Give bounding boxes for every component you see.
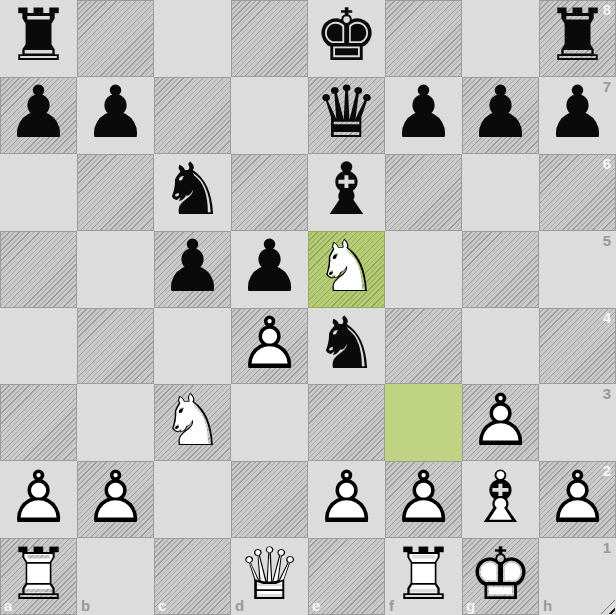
square-f6[interactable] [385,154,462,231]
square-c6[interactable]: ♞ [154,154,231,231]
black-pawn[interactable]: ♟ [231,231,308,308]
black-rook[interactable]: ♜ [539,0,616,77]
white-pawn-outline-glyph: ♙ [83,461,148,533]
white-pawn-outline-glyph: ♙ [468,384,533,456]
square-d1[interactable]: ♛♕d [231,538,308,615]
square-b3[interactable] [77,384,154,461]
white-rook-outline-glyph: ♖ [391,538,456,610]
square-e5[interactable]: ♞♘ [308,231,385,308]
square-g6[interactable] [462,154,539,231]
square-b2[interactable]: ♟♙ [77,461,154,538]
black-king[interactable]: ♚ [308,0,385,77]
white-rook[interactable]: ♜♖ [0,538,77,615]
square-c7[interactable] [154,77,231,154]
white-knight-outline-glyph: ♘ [314,231,379,303]
black-knight[interactable]: ♞ [154,154,231,231]
white-pawn-outline-glyph: ♙ [237,308,302,380]
white-knight[interactable]: ♞♘ [308,231,385,308]
black-pawn[interactable]: ♟ [385,77,462,154]
square-a3[interactable] [0,384,77,461]
square-f4[interactable] [385,308,462,385]
square-h3[interactable]: 3 [539,384,616,461]
square-a1[interactable]: ♜♖a [0,538,77,615]
white-pawn[interactable]: ♟♙ [77,461,154,538]
white-king[interactable]: ♚♔ [462,538,539,615]
square-g7[interactable]: ♟ [462,77,539,154]
square-b1[interactable]: b [77,538,154,615]
square-h2[interactable]: ♟♙2 [539,461,616,538]
file-label-h: h [543,597,552,614]
black-king-glyph: ♚ [314,0,379,72]
square-h5[interactable]: 5 [539,231,616,308]
square-e1[interactable]: e [308,538,385,615]
black-rook-glyph: ♜ [545,0,610,72]
black-pawn[interactable]: ♟ [154,231,231,308]
square-g1[interactable]: ♚♔g [462,538,539,615]
white-knight[interactable]: ♞♘ [154,384,231,461]
white-king-outline-glyph: ♔ [468,538,533,610]
rank-label-5: 5 [603,232,611,249]
square-a2[interactable]: ♟♙ [0,461,77,538]
square-e8[interactable]: ♚ [308,0,385,77]
black-pawn[interactable]: ♟ [539,77,616,154]
black-queen[interactable]: ♛ [308,77,385,154]
white-rook-outline-glyph: ♖ [6,538,71,610]
square-b8[interactable] [77,0,154,77]
square-c1[interactable]: c [154,538,231,615]
square-a5[interactable] [0,231,77,308]
square-f3[interactable] [385,384,462,461]
white-rook[interactable]: ♜♖ [385,538,462,615]
black-queen-glyph: ♛ [314,77,379,149]
square-a8[interactable]: ♜ [0,0,77,77]
square-a4[interactable] [0,308,77,385]
black-pawn-glyph: ♟ [83,77,148,149]
square-c8[interactable] [154,0,231,77]
rank-label-3: 3 [603,385,611,402]
square-d6[interactable] [231,154,308,231]
white-pawn[interactable]: ♟♙ [462,384,539,461]
square-c2[interactable] [154,461,231,538]
square-d7[interactable] [231,77,308,154]
square-b4[interactable] [77,308,154,385]
white-pawn-outline-glyph: ♙ [391,461,456,533]
black-bishop[interactable]: ♝ [308,154,385,231]
square-b6[interactable] [77,154,154,231]
file-label-b: b [81,597,90,614]
rank-label-4: 4 [603,309,611,326]
white-knight-outline-glyph: ♘ [160,384,225,456]
black-pawn-glyph: ♟ [391,77,456,149]
square-f2[interactable]: ♟♙ [385,461,462,538]
black-knight[interactable]: ♞ [308,308,385,385]
black-pawn[interactable]: ♟ [462,77,539,154]
square-c3[interactable]: ♞♘ [154,384,231,461]
black-rook-glyph: ♜ [6,0,71,72]
black-knight-glyph: ♞ [160,154,225,226]
square-e4[interactable]: ♞ [308,308,385,385]
square-e2[interactable]: ♟♙ [308,461,385,538]
white-pawn[interactable]: ♟♙ [308,461,385,538]
square-f7[interactable]: ♟ [385,77,462,154]
white-pawn[interactable]: ♟♙ [231,308,308,385]
square-b5[interactable] [77,231,154,308]
black-pawn-glyph: ♟ [237,231,302,303]
white-pawn[interactable]: ♟♙ [539,461,616,538]
rank-label-6: 6 [603,155,611,172]
black-rook[interactable]: ♜ [0,0,77,77]
square-f8[interactable] [385,0,462,77]
square-g2[interactable]: ♝♗ [462,461,539,538]
square-d8[interactable] [231,0,308,77]
black-bishop-glyph: ♝ [314,154,379,226]
file-label-e: e [312,597,320,614]
white-bishop-outline-glyph: ♗ [468,461,533,533]
black-pawn[interactable]: ♟ [77,77,154,154]
black-pawn-glyph: ♟ [160,231,225,303]
black-pawn-glyph: ♟ [545,77,610,149]
white-queen[interactable]: ♛♕ [231,538,308,615]
square-h4[interactable]: 4 [539,308,616,385]
square-h7[interactable]: ♟7 [539,77,616,154]
square-e7[interactable]: ♛ [308,77,385,154]
square-d2[interactable] [231,461,308,538]
square-d3[interactable] [231,384,308,461]
rank-label-1: 1 [603,539,611,556]
file-label-c: c [158,597,166,614]
square-a7[interactable]: ♟ [0,77,77,154]
square-h6[interactable]: 6 [539,154,616,231]
white-queen-outline-glyph: ♕ [237,538,302,610]
white-pawn-outline-glyph: ♙ [314,461,379,533]
white-pawn[interactable]: ♟♙ [385,461,462,538]
white-pawn-outline-glyph: ♙ [545,461,610,533]
black-pawn-glyph: ♟ [6,77,71,149]
square-h8[interactable]: ♜8 [539,0,616,77]
square-g5[interactable] [462,231,539,308]
white-pawn[interactable]: ♟♙ [0,461,77,538]
square-d4[interactable]: ♟♙ [231,308,308,385]
square-c4[interactable] [154,308,231,385]
black-pawn[interactable]: ♟ [0,77,77,154]
white-pawn-outline-glyph: ♙ [6,461,71,533]
square-g4[interactable] [462,308,539,385]
square-h1[interactable]: h1 [539,538,616,615]
square-g3[interactable]: ♟♙ [462,384,539,461]
square-b7[interactable]: ♟ [77,77,154,154]
square-e6[interactable]: ♝ [308,154,385,231]
square-f5[interactable] [385,231,462,308]
square-f1[interactable]: ♜♖f [385,538,462,615]
square-d5[interactable]: ♟ [231,231,308,308]
square-a6[interactable] [0,154,77,231]
square-e3[interactable] [308,384,385,461]
white-bishop[interactable]: ♝♗ [462,461,539,538]
square-c5[interactable]: ♟ [154,231,231,308]
black-knight-glyph: ♞ [314,308,379,380]
chess-board: ♜♚♜8♟♟♛♟♟♟7♞♝6♟♟♞♘5♟♙♞4♞♘♟♙3♟♙♟♙♟♙♟♙♝♗♟♙… [0,0,616,615]
black-pawn-glyph: ♟ [468,77,533,149]
square-g8[interactable] [462,0,539,77]
